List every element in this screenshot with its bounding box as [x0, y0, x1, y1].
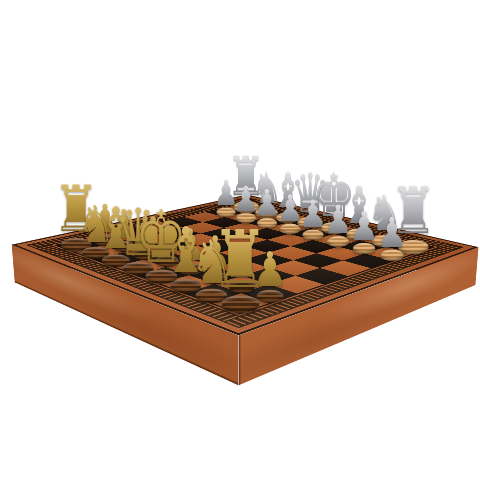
square-g3: [242, 268, 295, 285]
square-h5: [320, 260, 371, 276]
square-f3: [217, 260, 268, 276]
square-d3: [171, 246, 219, 260]
square-g1: [185, 284, 241, 303]
square-g4: [268, 260, 319, 276]
square-h2: [241, 284, 297, 303]
square-e3: [193, 253, 243, 268]
square-b1: [75, 245, 123, 259]
square-g5: [293, 253, 343, 268]
chess-board-3d: [12, 195, 479, 336]
square-d2: [144, 252, 194, 267]
square-h7: [365, 247, 414, 261]
square-e4: [219, 246, 267, 260]
square-c2: [123, 246, 171, 260]
square-f2: [189, 267, 242, 284]
square-h3: [269, 276, 324, 294]
square-f1: [160, 275, 214, 293]
square-d1: [115, 259, 166, 275]
square-h6: [343, 253, 393, 268]
square-f4: [243, 253, 293, 268]
square-h1: [211, 293, 269, 313]
square-c1: [94, 252, 143, 267]
square-g6: [316, 246, 365, 260]
product-photo-scene: ♜♞♝♛♚♝♞♜♟♟♟♟♟♟♟♟♟♟♟♟♟♟♟♟♜♞♝♛♚♝♞♜: [0, 0, 480, 480]
square-h4: [295, 268, 348, 285]
board-top-surface: [12, 195, 479, 336]
square-f5: [268, 246, 316, 260]
square-e1: [137, 267, 190, 284]
square-e2: [166, 260, 217, 276]
square-g2: [214, 275, 268, 293]
